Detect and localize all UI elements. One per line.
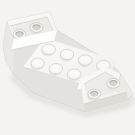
- lego-brick-illustration: [0, 0, 135, 135]
- lego-part-image: [0, 0, 135, 135]
